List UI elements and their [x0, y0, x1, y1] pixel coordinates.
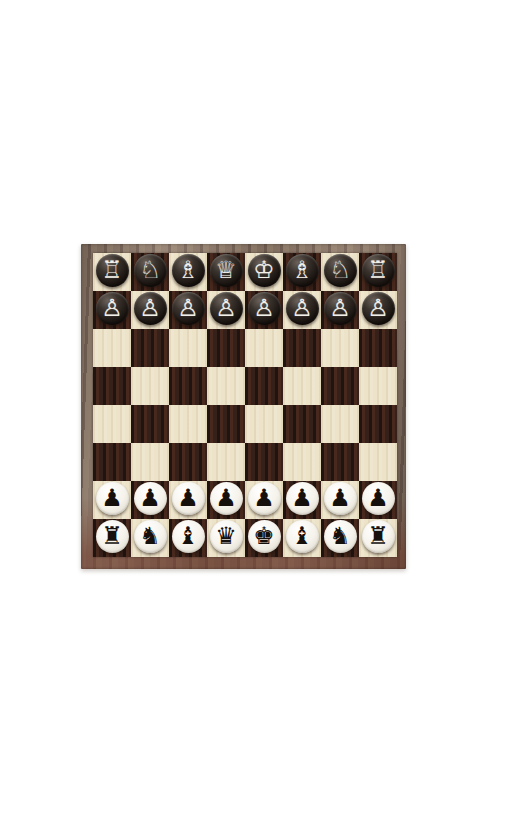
square-a1[interactable]: ♜ [93, 519, 131, 557]
white-king-icon: ♚ [253, 524, 275, 548]
piece-white-rook[interactable]: ♜ [362, 520, 395, 553]
black-knight-icon: ♘ [139, 258, 161, 282]
square-d1[interactable]: ♛ [207, 519, 245, 557]
square-c3[interactable] [169, 443, 207, 481]
square-f4[interactable] [283, 405, 321, 443]
square-b7[interactable]: ♙ [131, 291, 169, 329]
square-h5[interactable] [359, 367, 397, 405]
piece-black-pawn[interactable]: ♙ [248, 292, 281, 325]
square-h6[interactable] [359, 329, 397, 367]
square-b1[interactable]: ♞ [131, 519, 169, 557]
square-a6[interactable] [93, 329, 131, 367]
square-b8[interactable]: ♘ [131, 253, 169, 291]
square-b4[interactable] [131, 405, 169, 443]
square-g6[interactable] [321, 329, 359, 367]
piece-white-pawn[interactable]: ♟ [248, 482, 281, 515]
square-f5[interactable] [283, 367, 321, 405]
black-pawn-icon: ♙ [329, 296, 351, 320]
piece-white-king[interactable]: ♚ [248, 520, 281, 553]
white-pawn-icon: ♟ [215, 486, 237, 510]
square-g1[interactable]: ♞ [321, 519, 359, 557]
square-b3[interactable] [131, 443, 169, 481]
square-g4[interactable] [321, 405, 359, 443]
square-h7[interactable]: ♙ [359, 291, 397, 329]
piece-white-pawn[interactable]: ♟ [362, 482, 395, 515]
piece-white-knight[interactable]: ♞ [134, 520, 167, 553]
white-rook-icon: ♜ [367, 524, 389, 548]
white-bishop-icon: ♝ [177, 524, 199, 548]
piece-white-bishop[interactable]: ♝ [172, 520, 205, 553]
piece-black-bishop[interactable]: ♗ [172, 254, 205, 287]
piece-white-knight[interactable]: ♞ [324, 520, 357, 553]
square-e5[interactable] [245, 367, 283, 405]
piece-black-pawn[interactable]: ♙ [210, 292, 243, 325]
square-d3[interactable] [207, 443, 245, 481]
square-a4[interactable] [93, 405, 131, 443]
piece-black-queen[interactable]: ♕ [210, 254, 243, 287]
square-c5[interactable] [169, 367, 207, 405]
piece-white-pawn[interactable]: ♟ [96, 482, 129, 515]
black-queen-icon: ♕ [215, 258, 237, 282]
white-knight-icon: ♞ [139, 524, 161, 548]
square-c8[interactable]: ♗ [169, 253, 207, 291]
square-c4[interactable] [169, 405, 207, 443]
black-pawn-icon: ♙ [139, 296, 161, 320]
piece-white-queen[interactable]: ♛ [210, 520, 243, 553]
piece-black-bishop[interactable]: ♗ [286, 254, 319, 287]
square-h1[interactable]: ♜ [359, 519, 397, 557]
square-c1[interactable]: ♝ [169, 519, 207, 557]
black-bishop-icon: ♗ [291, 258, 313, 282]
white-pawn-icon: ♟ [291, 486, 313, 510]
piece-black-pawn[interactable]: ♙ [172, 292, 205, 325]
black-pawn-icon: ♙ [253, 296, 275, 320]
square-e7[interactable]: ♙ [245, 291, 283, 329]
white-pawn-icon: ♟ [139, 486, 161, 510]
piece-black-pawn[interactable]: ♙ [286, 292, 319, 325]
black-king-icon: ♔ [253, 258, 275, 282]
white-knight-icon: ♞ [329, 524, 351, 548]
piece-black-pawn[interactable]: ♙ [134, 292, 167, 325]
piece-white-pawn[interactable]: ♟ [286, 482, 319, 515]
square-h3[interactable] [359, 443, 397, 481]
black-pawn-icon: ♙ [215, 296, 237, 320]
piece-white-bishop[interactable]: ♝ [286, 520, 319, 553]
board-grid: ♖♘♗♕♔♗♘♖♙♙♙♙♙♙♙♙♟♟♟♟♟♟♟♟♜♞♝♛♚♝♞♜ [93, 253, 397, 557]
piece-black-pawn[interactable]: ♙ [96, 292, 129, 325]
black-pawn-icon: ♙ [101, 296, 123, 320]
square-e8[interactable]: ♔ [245, 253, 283, 291]
square-g5[interactable] [321, 367, 359, 405]
square-g3[interactable] [321, 443, 359, 481]
piece-black-rook[interactable]: ♖ [362, 254, 395, 287]
square-d5[interactable] [207, 367, 245, 405]
white-pawn-icon: ♟ [253, 486, 275, 510]
square-e1[interactable]: ♚ [245, 519, 283, 557]
square-h8[interactable]: ♖ [359, 253, 397, 291]
white-pawn-icon: ♟ [329, 486, 351, 510]
chess-board: ♖♘♗♕♔♗♘♖♙♙♙♙♙♙♙♙♟♟♟♟♟♟♟♟♜♞♝♛♚♝♞♜ [81, 244, 406, 569]
square-e4[interactable] [245, 405, 283, 443]
square-c7[interactable]: ♙ [169, 291, 207, 329]
square-a5[interactable] [93, 367, 131, 405]
square-a8[interactable]: ♖ [93, 253, 131, 291]
square-f3[interactable] [283, 443, 321, 481]
square-a7[interactable]: ♙ [93, 291, 131, 329]
black-pawn-icon: ♙ [367, 296, 389, 320]
white-rook-icon: ♜ [101, 524, 123, 548]
piece-black-rook[interactable]: ♖ [96, 254, 129, 287]
piece-black-pawn[interactable]: ♙ [324, 292, 357, 325]
square-d4[interactable] [207, 405, 245, 443]
piece-white-rook[interactable]: ♜ [96, 520, 129, 553]
piece-black-pawn[interactable]: ♙ [362, 292, 395, 325]
piece-white-pawn[interactable]: ♟ [172, 482, 205, 515]
square-b5[interactable] [131, 367, 169, 405]
square-a3[interactable] [93, 443, 131, 481]
square-e3[interactable] [245, 443, 283, 481]
black-rook-icon: ♖ [367, 258, 389, 282]
square-a2[interactable]: ♟ [93, 481, 131, 519]
white-pawn-icon: ♟ [177, 486, 199, 510]
square-g2[interactable]: ♟ [321, 481, 359, 519]
piece-black-knight[interactable]: ♘ [134, 254, 167, 287]
square-c6[interactable] [169, 329, 207, 367]
white-queen-icon: ♛ [215, 524, 237, 548]
square-g7[interactable]: ♙ [321, 291, 359, 329]
square-g8[interactable]: ♘ [321, 253, 359, 291]
square-d8[interactable]: ♕ [207, 253, 245, 291]
square-b6[interactable] [131, 329, 169, 367]
piece-black-knight[interactable]: ♘ [324, 254, 357, 287]
square-d2[interactable]: ♟ [207, 481, 245, 519]
piece-white-pawn[interactable]: ♟ [134, 482, 167, 515]
square-d6[interactable] [207, 329, 245, 367]
black-rook-icon: ♖ [101, 258, 123, 282]
black-bishop-icon: ♗ [177, 258, 199, 282]
piece-black-king[interactable]: ♔ [248, 254, 281, 287]
square-b2[interactable]: ♟ [131, 481, 169, 519]
piece-white-pawn[interactable]: ♟ [210, 482, 243, 515]
square-f7[interactable]: ♙ [283, 291, 321, 329]
square-c2[interactable]: ♟ [169, 481, 207, 519]
square-f8[interactable]: ♗ [283, 253, 321, 291]
white-pawn-icon: ♟ [101, 486, 123, 510]
square-h2[interactable]: ♟ [359, 481, 397, 519]
white-bishop-icon: ♝ [291, 524, 313, 548]
square-e6[interactable] [245, 329, 283, 367]
white-pawn-icon: ♟ [367, 486, 389, 510]
square-f6[interactable] [283, 329, 321, 367]
black-pawn-icon: ♙ [177, 296, 199, 320]
black-knight-icon: ♘ [329, 258, 351, 282]
square-e2[interactable]: ♟ [245, 481, 283, 519]
black-pawn-icon: ♙ [291, 296, 313, 320]
square-h4[interactable] [359, 405, 397, 443]
square-f2[interactable]: ♟ [283, 481, 321, 519]
piece-white-pawn[interactable]: ♟ [324, 482, 357, 515]
square-d7[interactable]: ♙ [207, 291, 245, 329]
photo-background: ♖♘♗♕♔♗♘♖♙♙♙♙♙♙♙♙♟♟♟♟♟♟♟♟♜♞♝♛♚♝♞♜ [0, 0, 507, 832]
square-f1[interactable]: ♝ [283, 519, 321, 557]
